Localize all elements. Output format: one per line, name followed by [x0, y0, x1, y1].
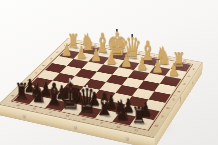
screw-icon: [192, 80, 193, 84]
screw-icon: [23, 114, 26, 117]
screw-icon: [126, 137, 129, 141]
screw-icon: [74, 126, 77, 129]
black-rook[interactable]: ♜: [14, 82, 29, 103]
white-pawn[interactable]: ♟: [75, 44, 86, 60]
black-knight[interactable]: ♞: [112, 98, 130, 124]
white-pawn[interactable]: ♟: [151, 58, 163, 75]
product-photo-stage: abcdefgh abcdefgh 12345678 12345678 ♜♞♝♚…: [0, 0, 218, 145]
white-pawn[interactable]: ♟: [90, 47, 101, 63]
finial-tip: [86, 84, 88, 88]
white-pawn[interactable]: ♟: [167, 61, 179, 78]
finial-tip: [131, 33, 133, 36]
white-pawn[interactable]: ♟: [61, 42, 72, 58]
white-pawn[interactable]: ♟: [105, 50, 116, 66]
perspective-scene: abcdefgh abcdefgh 12345678 12345678 ♜♞♝♚…: [0, 0, 218, 145]
finial-tip: [116, 28, 118, 31]
white-pawn[interactable]: ♟: [136, 55, 148, 72]
white-pawn[interactable]: ♟: [120, 52, 132, 69]
chess-board: abcdefgh abcdefgh 12345678 12345678 ♜♞♝♚…: [0, 38, 203, 137]
finial-tip: [69, 77, 71, 81]
black-rook[interactable]: ♜: [131, 105, 146, 127]
black-bishop[interactable]: ♝: [94, 91, 114, 120]
hinge-seam: [180, 97, 181, 109]
